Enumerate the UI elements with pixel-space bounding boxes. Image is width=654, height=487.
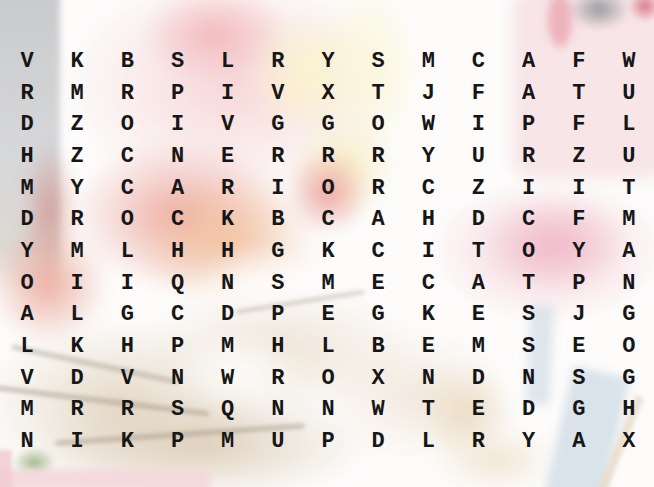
grid-cell-r7c1[interactable]: Y	[2, 236, 52, 268]
grid-cell-r8c3[interactable]: I	[102, 268, 152, 300]
grid-cell-r5c12[interactable]: I	[554, 173, 604, 205]
grid-cell-r2c2[interactable]: M	[52, 78, 102, 110]
grid-cell-r8c1[interactable]: O	[2, 268, 52, 300]
grid-cell-r3c6[interactable]: G	[253, 109, 303, 141]
grid-cell-r7c13[interactable]: A	[604, 236, 654, 268]
grid-cell-r3c2[interactable]: Z	[52, 109, 102, 141]
grid-cell-r10c6[interactable]: H	[253, 331, 303, 363]
grid-cell-r9c4[interactable]: C	[152, 300, 202, 332]
grid-cell-r2c10[interactable]: F	[453, 78, 503, 110]
grid-cell-r12c10[interactable]: E	[453, 395, 503, 427]
grid-cell-r3c4[interactable]: I	[152, 109, 202, 141]
grid-cell-r4c5[interactable]: E	[203, 141, 253, 173]
grid-cell-r3c8[interactable]: O	[353, 109, 403, 141]
grid-cell-r10c3[interactable]: H	[102, 331, 152, 363]
grid-cell-r8c8[interactable]: E	[353, 268, 403, 300]
grid-cell-r11c3[interactable]: V	[102, 363, 152, 395]
grid-cell-r13c8[interactable]: D	[353, 426, 403, 458]
grid-cell-r1c12[interactable]: F	[554, 46, 604, 78]
grid-cell-r10c8[interactable]: B	[353, 331, 403, 363]
grid-cell-r12c1[interactable]: M	[2, 395, 52, 427]
grid-cell-r6c11[interactable]: C	[504, 204, 554, 236]
grid-cell-r1c1[interactable]: V	[2, 46, 52, 78]
grid-cell-r9c3[interactable]: G	[102, 300, 152, 332]
grid-cell-r2c1[interactable]: R	[2, 78, 52, 110]
grid-cell-r5c11[interactable]: I	[504, 173, 554, 205]
grid-cell-r2c6[interactable]: V	[253, 78, 303, 110]
grid-cell-r13c1[interactable]: N	[2, 426, 52, 458]
grid-cell-r2c9[interactable]: J	[403, 78, 453, 110]
grid-cell-r13c11[interactable]: Y	[504, 426, 554, 458]
grid-cell-r7c8[interactable]: C	[353, 236, 403, 268]
grid-cell-r12c9[interactable]: T	[403, 395, 453, 427]
grid-cell-r6c5[interactable]: K	[203, 204, 253, 236]
grid-cell-r7c11[interactable]: O	[504, 236, 554, 268]
grid-cell-r12c12[interactable]: G	[554, 395, 604, 427]
word-search-screenshot: VKBSLRYSMCAFWRMRPIVXTJFATUDZOIVGGOWIPFLH…	[0, 0, 654, 487]
grid-cell-r3c12[interactable]: F	[554, 109, 604, 141]
grid-cell-r1c13[interactable]: W	[604, 46, 654, 78]
grid-cell-r10c4[interactable]: P	[152, 331, 202, 363]
grid-cell-r7c7[interactable]: K	[303, 236, 353, 268]
grid-cell-r11c9[interactable]: N	[403, 363, 453, 395]
grid-cell-r8c4[interactable]: Q	[152, 268, 202, 300]
grid-cell-r13c10[interactable]: R	[453, 426, 503, 458]
grid-cell-r2c3[interactable]: R	[102, 78, 152, 110]
grid-cell-r5c7[interactable]: O	[303, 173, 353, 205]
grid-cell-r3c13[interactable]: L	[604, 109, 654, 141]
grid-cell-r5c1[interactable]: M	[2, 173, 52, 205]
grid-cell-r13c6[interactable]: U	[253, 426, 303, 458]
grid-cell-r2c13[interactable]: U	[604, 78, 654, 110]
grid-cell-r2c7[interactable]: X	[303, 78, 353, 110]
grid-cell-r10c11[interactable]: S	[504, 331, 554, 363]
grid-cell-r9c10[interactable]: E	[453, 300, 503, 332]
grid-cell-r8c13[interactable]: N	[604, 268, 654, 300]
grid-cell-r3c1[interactable]: D	[2, 109, 52, 141]
grid-cell-r4c11[interactable]: R	[504, 141, 554, 173]
grid-cell-r11c4[interactable]: N	[152, 363, 202, 395]
grid-cell-r7c6[interactable]: G	[253, 236, 303, 268]
grid-cell-r9c9[interactable]: K	[403, 300, 453, 332]
grid-cell-r8c12[interactable]: P	[554, 268, 604, 300]
grid-cell-r8c11[interactable]: T	[504, 268, 554, 300]
grid-cell-r13c3[interactable]: K	[102, 426, 152, 458]
grid-cell-r2c5[interactable]: I	[203, 78, 253, 110]
grid-cell-r10c7[interactable]: L	[303, 331, 353, 363]
grid-cell-r2c8[interactable]: T	[353, 78, 403, 110]
grid-cell-r5c6[interactable]: I	[253, 173, 303, 205]
grid-cell-r1c9[interactable]: M	[403, 46, 453, 78]
grid-cell-r11c6[interactable]: R	[253, 363, 303, 395]
grid-cell-r5c4[interactable]: A	[152, 173, 202, 205]
grid-cell-r8c9[interactable]: C	[403, 268, 453, 300]
grid-cell-r6c3[interactable]: O	[102, 204, 152, 236]
grid-cell-r6c9[interactable]: H	[403, 204, 453, 236]
grid-cell-r1c11[interactable]: A	[504, 46, 554, 78]
grid-cell-r1c6[interactable]: R	[253, 46, 303, 78]
grid-cell-r12c13[interactable]: H	[604, 395, 654, 427]
grid-cell-r4c12[interactable]: Z	[554, 141, 604, 173]
grid-cell-r5c8[interactable]: R	[353, 173, 403, 205]
grid-cell-r3c7[interactable]: G	[303, 109, 353, 141]
grid-cell-r7c9[interactable]: I	[403, 236, 453, 268]
grid-cell-r4c3[interactable]: C	[102, 141, 152, 173]
grid-cell-r8c10[interactable]: A	[453, 268, 503, 300]
grid-cell-r9c12[interactable]: J	[554, 300, 604, 332]
grid-cell-r12c5[interactable]: Q	[203, 395, 253, 427]
grid-cell-r10c13[interactable]: O	[604, 331, 654, 363]
grid-cell-r8c2[interactable]: I	[52, 268, 102, 300]
grid-cell-r11c7[interactable]: O	[303, 363, 353, 395]
grid-cell-r5c2[interactable]: Y	[52, 173, 102, 205]
grid-cell-r6c13[interactable]: M	[604, 204, 654, 236]
grid-cell-r12c4[interactable]: S	[152, 395, 202, 427]
grid-cell-r9c7[interactable]: E	[303, 300, 353, 332]
grid-cell-r8c6[interactable]: S	[253, 268, 303, 300]
grid-cell-r2c12[interactable]: T	[554, 78, 604, 110]
grid-cell-r5c5[interactable]: R	[203, 173, 253, 205]
grid-cell-r11c1[interactable]: V	[2, 363, 52, 395]
grid-cell-r5c13[interactable]: T	[604, 173, 654, 205]
grid-cell-r6c2[interactable]: R	[52, 204, 102, 236]
grid-cell-r9c13[interactable]: G	[604, 300, 654, 332]
grid-cell-r6c1[interactable]: D	[2, 204, 52, 236]
grid-cell-r3c10[interactable]: I	[453, 109, 503, 141]
word-search-grid: VKBSLRYSMCAFWRMRPIVXTJFATUDZOIVGGOWIPFLH…	[2, 46, 654, 458]
grid-cell-r6c6[interactable]: B	[253, 204, 303, 236]
grid-cell-r7c3[interactable]: L	[102, 236, 152, 268]
grid-cell-r11c13[interactable]: G	[604, 363, 654, 395]
grid-cell-r1c3[interactable]: B	[102, 46, 152, 78]
grid-cell-r2c11[interactable]: A	[504, 78, 554, 110]
grid-cell-r13c9[interactable]: L	[403, 426, 453, 458]
grid-cell-r4c6[interactable]: R	[253, 141, 303, 173]
grid-cell-r1c5[interactable]: L	[203, 46, 253, 78]
grid-cell-r8c5[interactable]: N	[203, 268, 253, 300]
grid-cell-r4c10[interactable]: U	[453, 141, 503, 173]
grid-cell-r5c9[interactable]: C	[403, 173, 453, 205]
grid-cell-r12c6[interactable]: N	[253, 395, 303, 427]
grid-cell-r1c4[interactable]: S	[152, 46, 202, 78]
grid-cell-r11c12[interactable]: S	[554, 363, 604, 395]
grid-cell-r1c2[interactable]: K	[52, 46, 102, 78]
grid-cell-r9c6[interactable]: P	[253, 300, 303, 332]
grid-cell-r12c3[interactable]: R	[102, 395, 152, 427]
grid-cell-r4c13[interactable]: U	[604, 141, 654, 173]
grid-cell-r1c8[interactable]: S	[353, 46, 403, 78]
grid-cell-r11c10[interactable]: D	[453, 363, 503, 395]
grid-cell-r12c2[interactable]: R	[52, 395, 102, 427]
grid-cell-r10c12[interactable]: E	[554, 331, 604, 363]
grid-cell-r11c2[interactable]: D	[52, 363, 102, 395]
grid-cell-r10c10[interactable]: M	[453, 331, 503, 363]
grid-cell-r7c12[interactable]: Y	[554, 236, 604, 268]
grid-cell-r4c8[interactable]: R	[353, 141, 403, 173]
grid-cell-r4c7[interactable]: R	[303, 141, 353, 173]
grid-cell-r11c11[interactable]: N	[504, 363, 554, 395]
grid-cell-r12c8[interactable]: W	[353, 395, 403, 427]
grid-cell-r9c2[interactable]: L	[52, 300, 102, 332]
grid-cell-r13c4[interactable]: P	[152, 426, 202, 458]
grid-cell-r7c2[interactable]: M	[52, 236, 102, 268]
grid-cell-r10c2[interactable]: K	[52, 331, 102, 363]
grid-cell-r4c2[interactable]: Z	[52, 141, 102, 173]
grid-cell-r9c5[interactable]: D	[203, 300, 253, 332]
grid-cell-r12c7[interactable]: N	[303, 395, 353, 427]
grid-cell-r7c10[interactable]: T	[453, 236, 503, 268]
grid-cell-r10c5[interactable]: M	[203, 331, 253, 363]
grid-cell-r5c3[interactable]: C	[102, 173, 152, 205]
grid-cell-r3c5[interactable]: V	[203, 109, 253, 141]
grid-cell-r3c9[interactable]: W	[403, 109, 453, 141]
grid-cell-r8c7[interactable]: M	[303, 268, 353, 300]
grid-cell-r6c4[interactable]: C	[152, 204, 202, 236]
grid-cell-r10c1[interactable]: L	[2, 331, 52, 363]
grid-cell-r13c5[interactable]: M	[203, 426, 253, 458]
grid-cell-r13c13[interactable]: X	[604, 426, 654, 458]
grid-cell-r6c10[interactable]: D	[453, 204, 503, 236]
grid-cell-r12c11[interactable]: D	[504, 395, 554, 427]
grid-cell-r4c4[interactable]: N	[152, 141, 202, 173]
grid-cell-r5c10[interactable]: Z	[453, 173, 503, 205]
grid-cell-r7c5[interactable]: H	[203, 236, 253, 268]
grid-cell-r9c8[interactable]: G	[353, 300, 403, 332]
grid-cell-r2c4[interactable]: P	[152, 78, 202, 110]
grid-cell-r11c8[interactable]: X	[353, 363, 403, 395]
grid-cell-r1c7[interactable]: Y	[303, 46, 353, 78]
grid-cell-r9c11[interactable]: S	[504, 300, 554, 332]
grid-cell-r13c7[interactable]: P	[303, 426, 353, 458]
grid-cell-r4c1[interactable]: H	[2, 141, 52, 173]
grid-cell-r13c12[interactable]: A	[554, 426, 604, 458]
grid-cell-r13c2[interactable]: I	[52, 426, 102, 458]
grid-cell-r6c7[interactable]: C	[303, 204, 353, 236]
grid-cell-r10c9[interactable]: E	[403, 331, 453, 363]
grid-cell-r4c9[interactable]: Y	[403, 141, 453, 173]
grid-cell-r1c10[interactable]: C	[453, 46, 503, 78]
grid-cell-r6c8[interactable]: A	[353, 204, 403, 236]
grid-cell-r9c1[interactable]: A	[2, 300, 52, 332]
grid-cell-r7c4[interactable]: H	[152, 236, 202, 268]
grid-cell-r11c5[interactable]: W	[203, 363, 253, 395]
grid-cell-r3c3[interactable]: O	[102, 109, 152, 141]
grid-cell-r6c12[interactable]: F	[554, 204, 604, 236]
grid-cell-r3c11[interactable]: P	[504, 109, 554, 141]
